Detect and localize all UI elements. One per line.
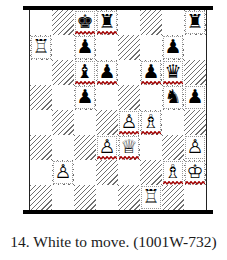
square-e5 xyxy=(118,85,140,110)
piece-white-pawn-e4: ♙ xyxy=(120,112,137,131)
piece-black-pawn-h5: ♟ xyxy=(186,87,203,106)
piece-white-bishop-g2: ♗ xyxy=(164,162,181,181)
square-d6: ♟ xyxy=(96,60,118,85)
square-g6: ♛ xyxy=(162,60,184,85)
square-b4 xyxy=(52,110,74,135)
piece-cell-g6: ♛ xyxy=(163,61,183,84)
piece-black-pawn-c7: ♟ xyxy=(76,37,93,56)
square-d7 xyxy=(96,35,118,60)
piece-cell-d3: ♙ xyxy=(97,136,117,159)
piece-white-rook-f1: ♖ xyxy=(142,187,159,206)
square-b1 xyxy=(52,185,74,210)
square-e3: ♕ xyxy=(118,135,140,160)
square-h6 xyxy=(184,60,206,85)
square-h8: ♜ xyxy=(184,10,206,35)
square-d1 xyxy=(96,185,118,210)
piece-cell-c5: ♟ xyxy=(75,86,95,109)
piece-cell-e3: ♕ xyxy=(119,136,139,159)
piece-white-pawn-h3: ♙ xyxy=(186,137,203,156)
diagram-caption: 14. White to move. (1001W-732) xyxy=(0,233,227,251)
square-d2 xyxy=(96,160,118,185)
piece-white-bishop-f4: ♗ xyxy=(142,112,159,131)
piece-white-rook-a7: ♖ xyxy=(32,37,49,56)
piece-white-pawn-d3: ♙ xyxy=(98,137,115,156)
piece-cell-f6: ♟ xyxy=(141,61,161,84)
square-e7 xyxy=(118,35,140,60)
piece-cell-g5: ♞ xyxy=(163,86,183,109)
chessboard: ♚♜♜♖♟♟♝♟♟♛♟♞♟♙♗♙♕♙♙♗♔♖ xyxy=(29,10,207,210)
square-a3 xyxy=(30,135,52,160)
square-c3 xyxy=(74,135,96,160)
square-a7: ♖ xyxy=(30,35,52,60)
square-c7: ♟ xyxy=(74,35,96,60)
square-h7 xyxy=(184,35,206,60)
piece-cell-a7: ♖ xyxy=(31,36,51,59)
piece-cell-c6: ♝ xyxy=(75,61,95,84)
book-diagram-page: ♚♜♜♖♟♟♝♟♟♛♟♞♟♙♗♙♕♙♙♗♔♖ 14. White to move… xyxy=(0,0,227,260)
piece-black-knight-g5: ♞ xyxy=(164,87,181,106)
square-h3: ♙ xyxy=(184,135,206,160)
square-b5 xyxy=(52,85,74,110)
square-c2 xyxy=(74,160,96,185)
board-bottom-border xyxy=(23,210,213,214)
square-a1 xyxy=(30,185,52,210)
square-e1 xyxy=(118,185,140,210)
square-c1 xyxy=(74,185,96,210)
piece-cell-h3: ♙ xyxy=(185,136,205,159)
square-e6 xyxy=(118,60,140,85)
piece-cell-f4: ♗ xyxy=(141,111,161,134)
square-g8 xyxy=(162,10,184,35)
piece-white-pawn-b2: ♙ xyxy=(54,162,71,181)
square-h5: ♟ xyxy=(184,85,206,110)
square-d5 xyxy=(96,85,118,110)
square-h2: ♔ xyxy=(184,160,206,185)
piece-black-pawn-c5: ♟ xyxy=(76,87,93,106)
square-g4 xyxy=(162,110,184,135)
square-a4 xyxy=(30,110,52,135)
square-g1 xyxy=(162,185,184,210)
square-h1 xyxy=(184,185,206,210)
square-f4: ♗ xyxy=(140,110,162,135)
square-e2 xyxy=(118,160,140,185)
square-h4 xyxy=(184,110,206,135)
piece-black-pawn-d6: ♟ xyxy=(98,62,115,81)
square-f6: ♟ xyxy=(140,60,162,85)
piece-cell-g2: ♗ xyxy=(163,161,183,184)
piece-black-king-c8: ♚ xyxy=(76,12,93,31)
square-f7 xyxy=(140,35,162,60)
piece-white-king-h2: ♔ xyxy=(186,162,203,181)
piece-cell-d6: ♟ xyxy=(97,61,117,84)
piece-black-pawn-g7: ♟ xyxy=(164,37,181,56)
piece-cell-g7: ♟ xyxy=(163,36,183,59)
piece-cell-h5: ♟ xyxy=(185,86,205,109)
square-g2: ♗ xyxy=(162,160,184,185)
chessboard-frame: ♚♜♜♖♟♟♝♟♟♛♟♞♟♙♗♙♕♙♙♗♔♖ xyxy=(29,6,213,214)
piece-black-rook-d8: ♜ xyxy=(98,12,115,31)
piece-black-rook-h8: ♜ xyxy=(186,12,203,31)
square-c4 xyxy=(74,110,96,135)
square-c5: ♟ xyxy=(74,85,96,110)
piece-white-queen-e3: ♕ xyxy=(120,137,137,156)
piece-cell-h8: ♜ xyxy=(185,11,205,34)
square-f8 xyxy=(140,10,162,35)
square-b3 xyxy=(52,135,74,160)
square-f1: ♖ xyxy=(140,185,162,210)
piece-cell-e4: ♙ xyxy=(119,111,139,134)
piece-black-pawn-f6: ♟ xyxy=(142,62,159,81)
square-c6: ♝ xyxy=(74,60,96,85)
piece-cell-h2: ♔ xyxy=(185,161,205,184)
piece-cell-d8: ♜ xyxy=(97,11,117,34)
square-d4 xyxy=(96,110,118,135)
piece-black-bishop-c6: ♝ xyxy=(76,62,93,81)
square-a2 xyxy=(30,160,52,185)
square-f5 xyxy=(140,85,162,110)
square-c8: ♚ xyxy=(74,10,96,35)
piece-cell-f1: ♖ xyxy=(141,186,161,209)
square-e4: ♙ xyxy=(118,110,140,135)
square-b6 xyxy=(52,60,74,85)
square-f2 xyxy=(140,160,162,185)
square-f3 xyxy=(140,135,162,160)
square-g7: ♟ xyxy=(162,35,184,60)
square-b2: ♙ xyxy=(52,160,74,185)
piece-cell-c8: ♚ xyxy=(75,11,95,34)
square-g5: ♞ xyxy=(162,85,184,110)
piece-black-queen-g6: ♛ xyxy=(164,62,181,81)
square-a8 xyxy=(30,10,52,35)
piece-cell-b2: ♙ xyxy=(53,161,73,184)
square-b7 xyxy=(52,35,74,60)
square-b8 xyxy=(52,10,74,35)
square-g3 xyxy=(162,135,184,160)
piece-cell-c7: ♟ xyxy=(75,36,95,59)
square-d8: ♜ xyxy=(96,10,118,35)
square-d3: ♙ xyxy=(96,135,118,160)
square-a6 xyxy=(30,60,52,85)
square-e8 xyxy=(118,10,140,35)
square-a5 xyxy=(30,85,52,110)
